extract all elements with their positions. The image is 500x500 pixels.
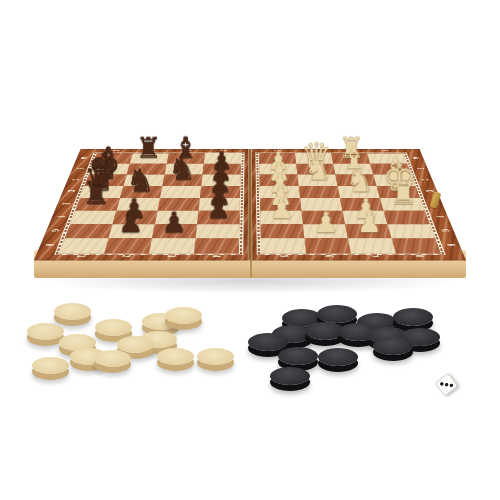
file-label-E: E xyxy=(60,202,72,206)
light-knight: ♞ xyxy=(304,153,332,184)
file-label-F: F xyxy=(433,215,445,219)
product-photo-chess-set: ♜♝♝♟♚♞♟♛♞♟♜♟♟♟♟♟ABCDEFGH11223344♜♟♛♝♟♞♝♟… xyxy=(0,0,500,500)
light-checker-piece xyxy=(94,350,131,367)
file-label-G: G xyxy=(49,228,61,232)
dark-rook: ♜ xyxy=(82,177,110,209)
square-1E: ♜ xyxy=(75,198,120,211)
square-1G xyxy=(65,224,113,238)
light-pawn: ♟ xyxy=(313,208,338,236)
light-rook: ♜ xyxy=(389,177,417,209)
rank-label-5: 5 xyxy=(278,254,290,259)
file-label-H: H xyxy=(43,243,56,248)
square-7H xyxy=(348,238,396,253)
dark-pawn: ♟ xyxy=(161,208,186,236)
dark-rook: ♜ xyxy=(136,134,162,163)
square-2H xyxy=(104,238,152,253)
dice xyxy=(434,372,458,396)
square-5G xyxy=(261,224,305,238)
square-5H xyxy=(261,238,306,253)
black-checker-piece xyxy=(373,337,413,355)
dark-pawn: ♟ xyxy=(206,195,231,222)
squares-grid: ♜♝♝♟♚♞♟♛♞♟♜♟♟♟♟♟ xyxy=(59,153,241,253)
light-checker-piece xyxy=(197,348,234,365)
rank-label-8: 8 xyxy=(413,254,426,259)
rank-label-2: 2 xyxy=(120,254,132,259)
square-4F: ♟ xyxy=(197,211,240,224)
file-label-C: C xyxy=(419,178,430,181)
black-checker-piece xyxy=(278,347,318,365)
file-label-G: G xyxy=(439,228,451,232)
square-1H xyxy=(59,238,108,253)
black-checker-piece xyxy=(318,348,358,366)
square-8F xyxy=(384,211,430,224)
square-3G: ♟ xyxy=(152,224,197,238)
light-checker-piece xyxy=(95,319,132,336)
square-6D xyxy=(299,186,340,198)
folding-chess-board: ♜♝♝♟♚♞♟♛♞♟♜♟♟♟♟♟ABCDEFGH11223344♜♟♛♝♟♞♝♟… xyxy=(34,149,466,261)
black-checker-piece xyxy=(248,333,288,351)
board-left-half: ♜♝♝♟♚♞♟♛♞♟♜♟♟♟♟♟ABCDEFGH11223344 xyxy=(34,149,248,261)
black-checker-piece xyxy=(393,308,433,326)
light-checker-piece xyxy=(32,357,69,374)
square-6H xyxy=(304,238,351,253)
square-3H xyxy=(149,238,196,253)
dark-knight: ♞ xyxy=(168,153,196,184)
file-label-C: C xyxy=(70,178,81,181)
rank-label-4: 4 xyxy=(210,254,222,259)
light-pawn: ♟ xyxy=(269,195,294,222)
black-checker-piece xyxy=(270,367,310,385)
square-8H xyxy=(392,238,441,253)
rank-label-3: 3 xyxy=(165,254,177,259)
square-1F xyxy=(70,211,116,224)
file-label-D: D xyxy=(65,190,76,194)
square-3D xyxy=(160,186,201,198)
square-2G: ♟ xyxy=(108,224,154,238)
file-label-B: B xyxy=(415,167,426,170)
square-4G xyxy=(196,224,240,238)
square-4H xyxy=(194,238,239,253)
file-label-F: F xyxy=(55,215,67,219)
file-label-H: H xyxy=(444,243,457,248)
square-6C: ♞ xyxy=(297,175,337,186)
light-knight: ♞ xyxy=(345,165,374,197)
rank-label-6: 6 xyxy=(323,254,335,259)
light-checker-piece xyxy=(157,348,194,365)
dark-knight: ♞ xyxy=(126,165,155,197)
light-pawn: ♟ xyxy=(357,208,382,236)
squares-grid: ♜♟♛♝♟♞♝♟♞♚♟♜♟♟♟♟ xyxy=(259,153,441,253)
rank-label-7: 7 xyxy=(368,254,380,259)
light-checker-piece xyxy=(54,303,91,320)
dark-pawn: ♟ xyxy=(118,208,143,236)
rank-label-1: 1 xyxy=(74,254,87,259)
black-checker-piece xyxy=(317,305,357,323)
square-7G: ♟ xyxy=(345,224,391,238)
light-checker-piece xyxy=(27,323,64,340)
square-3C: ♞ xyxy=(162,175,202,186)
square-8G xyxy=(387,224,435,238)
square-8E: ♜ xyxy=(380,198,425,211)
square-5F: ♟ xyxy=(260,211,303,224)
square-6G: ♟ xyxy=(303,224,348,238)
